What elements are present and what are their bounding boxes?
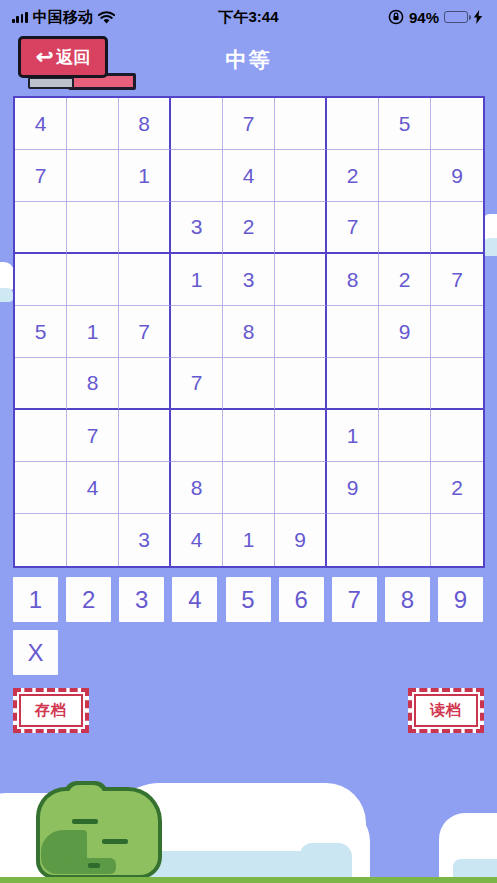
cloud-right-underside <box>453 859 497 877</box>
sudoku-cell-r8c4[interactable]: 8 <box>171 462 223 514</box>
sudoku-cell-r5c9[interactable] <box>431 306 483 358</box>
sudoku-cell-r4c6[interactable] <box>275 254 327 306</box>
cloud-right <box>439 813 497 877</box>
save-button-label: 存档 <box>19 694 83 727</box>
load-button[interactable]: 读档 <box>408 688 484 733</box>
sudoku-cell-r1c5[interactable]: 7 <box>223 98 275 150</box>
sudoku-cell-r4c8[interactable]: 2 <box>379 254 431 306</box>
left-edge-cloud-shadow <box>0 288 13 302</box>
sudoku-cell-r3c8[interactable] <box>379 202 431 254</box>
sudoku-cell-r3c5[interactable]: 2 <box>223 202 275 254</box>
action-row: 存档 读档 <box>13 688 484 733</box>
ground-strip <box>0 877 497 883</box>
sudoku-cell-r1c7[interactable] <box>327 98 379 150</box>
sudoku-cell-r6c2[interactable]: 8 <box>67 358 119 410</box>
erase-button[interactable]: X <box>13 630 58 675</box>
sudoku-cell-r8c8[interactable] <box>379 462 431 514</box>
charging-bolt-icon <box>473 10 483 24</box>
sudoku-cell-r5c6[interactable] <box>275 306 327 358</box>
sudoku-cell-r5c4[interactable] <box>171 306 223 358</box>
sudoku-cell-r3c3[interactable] <box>119 202 171 254</box>
orientation-lock-icon <box>388 9 404 25</box>
sudoku-cell-r9c4[interactable]: 4 <box>171 514 223 566</box>
sudoku-cell-r4c1[interactable] <box>15 254 67 306</box>
wifi-icon <box>98 11 115 24</box>
sudoku-cell-r3c4[interactable]: 3 <box>171 202 223 254</box>
sudoku-cell-r3c6[interactable] <box>275 202 327 254</box>
sudoku-cell-r6c9[interactable] <box>431 358 483 410</box>
sudoku-cell-r8c2[interactable]: 4 <box>67 462 119 514</box>
back-button-base <box>28 77 74 89</box>
signal-bars-icon <box>12 12 28 23</box>
sudoku-cell-r7c8[interactable] <box>379 410 431 462</box>
sudoku-cell-r8c3[interactable] <box>119 462 171 514</box>
sudoku-cell-r5c2[interactable]: 1 <box>67 306 119 358</box>
status-bar: 中国移动 下午3:44 94% <box>0 0 497 30</box>
sudoku-cell-r2c1[interactable]: 7 <box>15 150 67 202</box>
sudoku-cell-r7c3[interactable] <box>119 410 171 462</box>
sudoku-grid: 4875714293271382751789877148923419 <box>13 96 485 568</box>
sudoku-cell-r2c8[interactable] <box>379 150 431 202</box>
sudoku-cell-r2c3[interactable]: 1 <box>119 150 171 202</box>
pixel-scenery <box>0 743 497 883</box>
sudoku-cell-r2c2[interactable] <box>67 150 119 202</box>
sudoku-cell-r4c2[interactable] <box>67 254 119 306</box>
numpad-key-4[interactable]: 4 <box>172 577 217 622</box>
cloud-underside-2 <box>300 843 352 877</box>
sudoku-cell-r9c3[interactable]: 3 <box>119 514 171 566</box>
sudoku-cell-r5c5[interactable]: 8 <box>223 306 275 358</box>
sudoku-cell-r1c2[interactable] <box>67 98 119 150</box>
sudoku-cell-r2c4[interactable] <box>171 150 223 202</box>
sudoku-cell-r6c4[interactable]: 7 <box>171 358 223 410</box>
sudoku-cell-r3c7[interactable]: 7 <box>327 202 379 254</box>
numpad-key-2[interactable]: 2 <box>66 577 111 622</box>
sudoku-cell-r8c5[interactable] <box>223 462 275 514</box>
sudoku-cell-r1c1[interactable]: 4 <box>15 98 67 150</box>
number-pad: 123456789 <box>13 577 483 622</box>
sudoku-cell-r2c5[interactable]: 4 <box>223 150 275 202</box>
sudoku-cell-r8c7[interactable]: 9 <box>327 462 379 514</box>
sudoku-cell-r1c8[interactable]: 5 <box>379 98 431 150</box>
sudoku-cell-r1c4[interactable] <box>171 98 223 150</box>
numpad-key-8[interactable]: 8 <box>385 577 430 622</box>
sudoku-cell-r1c3[interactable]: 8 <box>119 98 171 150</box>
sudoku-cell-r8c9[interactable]: 2 <box>431 462 483 514</box>
sudoku-cell-r2c7[interactable]: 2 <box>327 150 379 202</box>
numpad-key-9[interactable]: 9 <box>438 577 483 622</box>
sudoku-cell-r1c6[interactable] <box>275 98 327 150</box>
sudoku-cell-r5c3[interactable]: 7 <box>119 306 171 358</box>
cloud-underside <box>112 851 322 877</box>
battery-icon <box>444 11 468 23</box>
sudoku-cell-r9c8[interactable] <box>379 514 431 566</box>
numpad-key-7[interactable]: 7 <box>332 577 377 622</box>
sudoku-cell-r7c1[interactable] <box>15 410 67 462</box>
cloud-left <box>0 793 240 877</box>
battery-percent-label: 94% <box>409 9 439 26</box>
sudoku-cell-r2c9[interactable]: 9 <box>431 150 483 202</box>
sudoku-cell-r7c4[interactable] <box>171 410 223 462</box>
sudoku-cell-r9c6[interactable]: 9 <box>275 514 327 566</box>
numpad-key-3[interactable]: 3 <box>119 577 164 622</box>
sudoku-cell-r7c9[interactable] <box>431 410 483 462</box>
sudoku-cell-r6c1[interactable] <box>15 358 67 410</box>
sudoku-cell-r6c7[interactable] <box>327 358 379 410</box>
load-button-label: 读档 <box>414 694 478 727</box>
sudoku-cell-r7c2[interactable]: 7 <box>67 410 119 462</box>
numpad-key-1[interactable]: 1 <box>13 577 58 622</box>
sudoku-cell-r8c1[interactable] <box>15 462 67 514</box>
sudoku-cell-r8c6[interactable] <box>275 462 327 514</box>
sudoku-cell-r4c3[interactable] <box>119 254 171 306</box>
sudoku-cell-r5c1[interactable]: 5 <box>15 306 67 358</box>
sudoku-cell-r7c7[interactable]: 1 <box>327 410 379 462</box>
sudoku-cell-r3c9[interactable] <box>431 202 483 254</box>
sudoku-cell-r4c9[interactable]: 7 <box>431 254 483 306</box>
sudoku-cell-r6c5[interactable] <box>223 358 275 410</box>
sudoku-cell-r9c7[interactable] <box>327 514 379 566</box>
sudoku-cell-r6c3[interactable] <box>119 358 171 410</box>
sudoku-cell-r3c2[interactable] <box>67 202 119 254</box>
sudoku-cell-r6c8[interactable] <box>379 358 431 410</box>
header: ↩ 返回 中等 <box>0 34 497 90</box>
sudoku-cell-r3c1[interactable] <box>15 202 67 254</box>
page-title: 中等 <box>0 46 497 74</box>
sudoku-cell-r4c5[interactable]: 3 <box>223 254 275 306</box>
sudoku-cell-r9c9[interactable] <box>431 514 483 566</box>
sudoku-cell-r9c2[interactable] <box>67 514 119 566</box>
sudoku-cell-r4c7[interactable]: 8 <box>327 254 379 306</box>
sudoku-cell-r9c5[interactable]: 1 <box>223 514 275 566</box>
carrier-label: 中国移动 <box>33 8 93 27</box>
sudoku-cell-r2c6[interactable] <box>275 150 327 202</box>
sudoku-cell-r7c6[interactable] <box>275 410 327 462</box>
sudoku-cell-r4c4[interactable]: 1 <box>171 254 223 306</box>
sudoku-cell-r5c8[interactable]: 9 <box>379 306 431 358</box>
sudoku-cell-r5c7[interactable] <box>327 306 379 358</box>
left-edge-cloud <box>0 262 14 290</box>
sudoku-cell-r1c9[interactable] <box>431 98 483 150</box>
bush <box>36 787 162 879</box>
sudoku-cell-r6c6[interactable] <box>275 358 327 410</box>
sudoku-cell-r9c1[interactable] <box>15 514 67 566</box>
numpad-key-5[interactable]: 5 <box>226 577 271 622</box>
cloud-middle-2 <box>258 807 370 877</box>
save-button[interactable]: 存档 <box>13 688 89 733</box>
cloud-middle <box>104 783 366 877</box>
numpad-key-6[interactable]: 6 <box>279 577 324 622</box>
sudoku-cell-r7c5[interactable] <box>223 410 275 462</box>
